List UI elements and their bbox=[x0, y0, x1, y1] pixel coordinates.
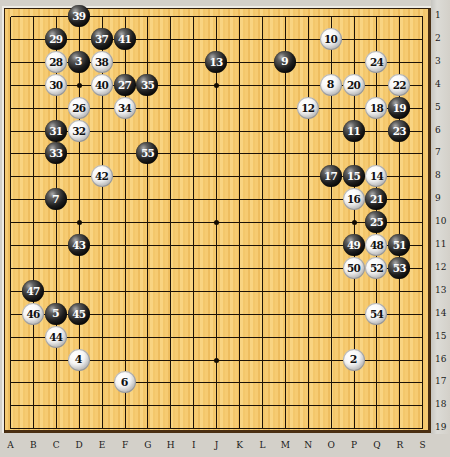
row-label-2: 2 bbox=[435, 33, 449, 43]
stone-move-number: 42 bbox=[95, 170, 108, 182]
row-label-7: 7 bbox=[435, 147, 449, 157]
stone-white-54: 54 bbox=[365, 303, 387, 325]
row-label-strip bbox=[431, 0, 450, 457]
column-label-A: A bbox=[4, 440, 17, 450]
stone-move-number: 19 bbox=[393, 102, 406, 114]
stone-move-number: 25 bbox=[370, 216, 383, 228]
stone-move-number: 32 bbox=[72, 125, 85, 137]
stone-white-16: 16 bbox=[343, 188, 365, 210]
stone-white-10: 10 bbox=[320, 28, 342, 50]
column-label-H: H bbox=[164, 440, 177, 450]
stone-white-18: 18 bbox=[365, 97, 387, 119]
column-label-F: F bbox=[119, 440, 132, 450]
row-label-6: 6 bbox=[435, 125, 449, 135]
stone-move-number: 13 bbox=[210, 56, 223, 68]
stone-move-number: 29 bbox=[49, 33, 62, 45]
row-label-1: 1 bbox=[435, 10, 449, 20]
stone-move-number: 33 bbox=[49, 147, 62, 159]
stone-move-number: 50 bbox=[347, 262, 360, 274]
star-point bbox=[77, 220, 82, 225]
stone-move-number: 18 bbox=[370, 102, 383, 114]
stone-white-46: 46 bbox=[22, 303, 44, 325]
stone-white-44: 44 bbox=[45, 326, 67, 348]
stone-black-17: 17 bbox=[320, 165, 342, 187]
star-point bbox=[77, 83, 82, 88]
column-label-K: K bbox=[233, 440, 246, 450]
stone-move-number: 7 bbox=[52, 193, 60, 206]
stone-black-7: 7 bbox=[45, 188, 67, 210]
stone-black-49: 49 bbox=[343, 234, 365, 256]
column-label-I: I bbox=[187, 440, 200, 450]
stone-move-number: 16 bbox=[347, 193, 360, 205]
column-label-G: G bbox=[141, 440, 154, 450]
stone-move-number: 53 bbox=[393, 262, 406, 274]
stone-move-number: 30 bbox=[49, 79, 62, 91]
stone-white-42: 42 bbox=[91, 165, 113, 187]
stone-black-41: 41 bbox=[114, 28, 136, 50]
row-label-3: 3 bbox=[435, 56, 449, 66]
stone-white-50: 50 bbox=[343, 257, 365, 279]
star-point bbox=[352, 220, 357, 225]
stone-move-number: 44 bbox=[49, 331, 62, 343]
stone-black-35: 35 bbox=[136, 74, 158, 96]
row-label-13: 13 bbox=[435, 285, 449, 295]
stone-move-number: 11 bbox=[347, 125, 360, 137]
stone-move-number: 5 bbox=[52, 307, 60, 320]
star-point bbox=[214, 358, 219, 363]
stone-black-31: 31 bbox=[45, 120, 67, 142]
column-label-R: R bbox=[393, 440, 406, 450]
stone-move-number: 3 bbox=[75, 55, 83, 68]
stone-move-number: 17 bbox=[324, 170, 337, 182]
stone-white-20: 20 bbox=[343, 74, 365, 96]
stone-white-34: 34 bbox=[114, 97, 136, 119]
stone-move-number: 46 bbox=[26, 308, 39, 320]
stone-white-12: 12 bbox=[297, 97, 319, 119]
stone-move-number: 6 bbox=[121, 376, 129, 389]
row-label-4: 4 bbox=[435, 79, 449, 89]
stone-black-45: 45 bbox=[68, 303, 90, 325]
star-point bbox=[214, 83, 219, 88]
stone-black-27: 27 bbox=[114, 74, 136, 96]
stone-black-19: 19 bbox=[388, 97, 410, 119]
stone-move-number: 55 bbox=[141, 147, 154, 159]
row-label-5: 5 bbox=[435, 102, 449, 112]
row-label-8: 8 bbox=[435, 170, 449, 180]
stone-black-15: 15 bbox=[343, 165, 365, 187]
stone-move-number: 43 bbox=[72, 239, 85, 251]
column-label-Q: Q bbox=[370, 440, 383, 450]
stone-move-number: 15 bbox=[347, 170, 360, 182]
row-label-18: 18 bbox=[435, 399, 449, 409]
column-label-J: J bbox=[210, 440, 223, 450]
stone-move-number: 21 bbox=[370, 193, 383, 205]
stone-move-number: 26 bbox=[72, 102, 85, 114]
row-label-17: 17 bbox=[435, 376, 449, 386]
stone-move-number: 27 bbox=[118, 79, 131, 91]
stone-move-number: 22 bbox=[393, 79, 406, 91]
stone-move-number: 48 bbox=[370, 239, 383, 251]
stone-black-13: 13 bbox=[205, 51, 227, 73]
stone-move-number: 31 bbox=[49, 125, 62, 137]
stone-move-number: 38 bbox=[95, 56, 108, 68]
column-label-P: P bbox=[348, 440, 361, 450]
column-label-O: O bbox=[325, 440, 338, 450]
go-board-diagram: 2345678910111213141516171819202122232425… bbox=[0, 0, 450, 457]
stone-move-number: 12 bbox=[301, 102, 314, 114]
stone-white-6: 6 bbox=[114, 371, 136, 393]
stone-move-number: 37 bbox=[95, 33, 108, 45]
stone-black-9: 9 bbox=[274, 51, 296, 73]
stone-black-47: 47 bbox=[22, 280, 44, 302]
column-label-C: C bbox=[50, 440, 63, 450]
stone-white-26: 26 bbox=[68, 97, 90, 119]
stone-black-29: 29 bbox=[45, 28, 67, 50]
stone-move-number: 54 bbox=[370, 308, 383, 320]
stone-move-number: 35 bbox=[141, 79, 154, 91]
stone-black-37: 37 bbox=[91, 28, 113, 50]
column-label-L: L bbox=[256, 440, 269, 450]
stone-move-number: 47 bbox=[26, 285, 39, 297]
stone-move-number: 14 bbox=[370, 170, 383, 182]
row-label-16: 16 bbox=[435, 354, 449, 364]
stone-move-number: 10 bbox=[324, 33, 337, 45]
stone-move-number: 2 bbox=[350, 353, 358, 366]
row-label-10: 10 bbox=[435, 216, 449, 226]
stone-move-number: 4 bbox=[75, 353, 83, 366]
stone-move-number: 20 bbox=[347, 79, 360, 91]
stone-black-3: 3 bbox=[68, 51, 90, 73]
stone-black-43: 43 bbox=[68, 234, 90, 256]
stone-white-28: 28 bbox=[45, 51, 67, 73]
stone-white-2: 2 bbox=[343, 349, 365, 371]
stone-move-number: 8 bbox=[327, 78, 335, 91]
stone-move-number: 24 bbox=[370, 56, 383, 68]
row-label-12: 12 bbox=[435, 262, 449, 272]
stone-move-number: 52 bbox=[370, 262, 383, 274]
stone-move-number: 23 bbox=[393, 125, 406, 137]
column-label-M: M bbox=[279, 440, 292, 450]
stone-white-22: 22 bbox=[388, 74, 410, 96]
stone-move-number: 40 bbox=[95, 79, 108, 91]
row-label-15: 15 bbox=[435, 331, 449, 341]
stone-black-39: 39 bbox=[68, 5, 90, 27]
column-label-S: S bbox=[416, 440, 429, 450]
stone-white-4: 4 bbox=[68, 349, 90, 371]
stone-white-30: 30 bbox=[45, 74, 67, 96]
stone-white-8: 8 bbox=[320, 74, 342, 96]
column-label-N: N bbox=[302, 440, 315, 450]
stone-move-number: 39 bbox=[72, 10, 85, 22]
stone-white-32: 32 bbox=[68, 120, 90, 142]
stone-move-number: 41 bbox=[118, 33, 131, 45]
stone-move-number: 28 bbox=[49, 56, 62, 68]
stone-black-11: 11 bbox=[343, 120, 365, 142]
row-label-14: 14 bbox=[435, 308, 449, 318]
stone-move-number: 51 bbox=[393, 239, 406, 251]
stone-white-38: 38 bbox=[91, 51, 113, 73]
row-label-19: 19 bbox=[435, 422, 449, 432]
stone-black-5: 5 bbox=[45, 303, 67, 325]
stone-move-number: 34 bbox=[118, 102, 131, 114]
stone-move-number: 45 bbox=[72, 308, 85, 320]
column-label-B: B bbox=[27, 440, 40, 450]
column-label-D: D bbox=[73, 440, 86, 450]
stone-move-number: 49 bbox=[347, 239, 360, 251]
stone-black-23: 23 bbox=[388, 120, 410, 142]
stone-move-number: 9 bbox=[281, 55, 289, 68]
stone-white-40: 40 bbox=[91, 74, 113, 96]
row-label-11: 11 bbox=[435, 239, 449, 249]
row-label-9: 9 bbox=[435, 193, 449, 203]
column-label-E: E bbox=[96, 440, 109, 450]
